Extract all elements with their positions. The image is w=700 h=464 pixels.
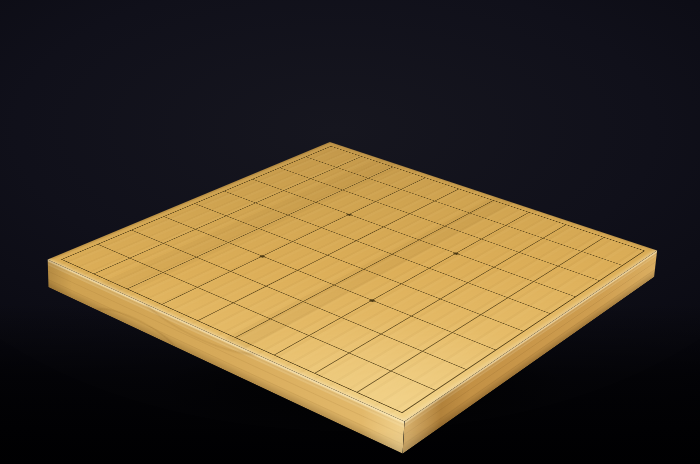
board-cell bbox=[233, 287, 303, 320]
board-cell bbox=[534, 266, 599, 296]
board-cell bbox=[349, 334, 422, 371]
board-cell bbox=[128, 273, 198, 305]
board-cell bbox=[62, 245, 129, 274]
board-cell bbox=[197, 272, 266, 303]
hoshi-star-point bbox=[368, 299, 375, 303]
board-cell bbox=[303, 285, 372, 318]
board-grid bbox=[61, 146, 645, 413]
board-cell bbox=[440, 283, 508, 315]
board-cell bbox=[358, 371, 435, 412]
board-cell bbox=[423, 333, 495, 370]
board-cell bbox=[298, 255, 364, 285]
board-cell bbox=[508, 282, 575, 314]
board-cell bbox=[316, 353, 392, 392]
board-cell bbox=[130, 244, 197, 273]
board-cell bbox=[364, 255, 430, 285]
board-cell bbox=[309, 318, 381, 354]
board-cell bbox=[391, 352, 466, 391]
board-cell bbox=[334, 270, 401, 301]
board-cell bbox=[163, 257, 231, 287]
board-cell bbox=[270, 302, 341, 336]
board-cell bbox=[372, 284, 440, 316]
hoshi-star-point bbox=[259, 255, 266, 258]
board-cell bbox=[401, 269, 468, 300]
perspective-container bbox=[0, 0, 700, 464]
board-cell bbox=[481, 298, 550, 331]
board-top-face bbox=[48, 142, 657, 422]
board-cell bbox=[231, 256, 298, 286]
board-cell bbox=[95, 258, 163, 288]
board-cell bbox=[266, 271, 334, 302]
shogi-board bbox=[48, 142, 657, 422]
board-cell bbox=[412, 299, 481, 333]
board-cell bbox=[453, 315, 523, 350]
photo-scene bbox=[0, 0, 700, 464]
board-cell bbox=[468, 267, 534, 298]
board-cell bbox=[381, 316, 452, 351]
board-cell bbox=[341, 301, 411, 335]
